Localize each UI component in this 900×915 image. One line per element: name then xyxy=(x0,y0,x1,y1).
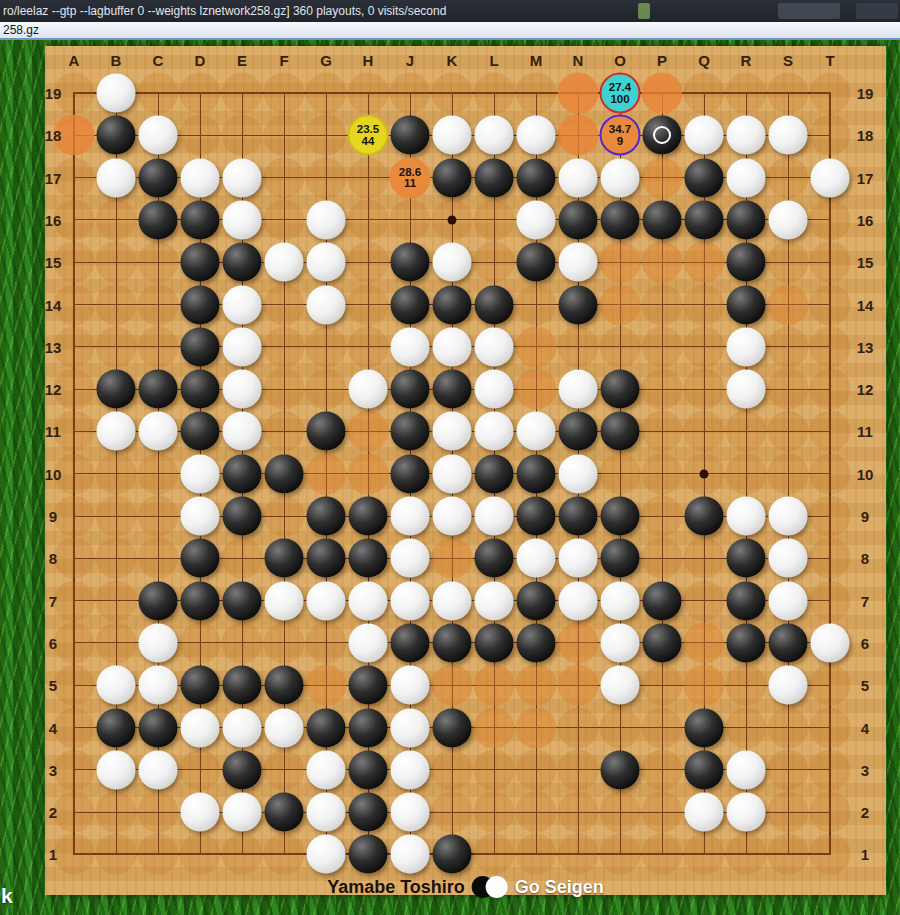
window-title-bar[interactable]: ro/leelaz --gtp --lagbuffer 0 --weights … xyxy=(0,0,900,22)
empty-intersection[interactable] xyxy=(54,622,95,663)
stone-white xyxy=(727,750,766,789)
empty-intersection[interactable] xyxy=(810,792,851,833)
empty-intersection[interactable] xyxy=(264,622,305,663)
black-player-name: Yamabe Toshiro xyxy=(327,877,465,898)
empty-intersection[interactable] xyxy=(474,792,515,833)
stone-black xyxy=(139,200,178,239)
empty-intersection[interactable] xyxy=(642,453,683,494)
empty-intersection[interactable] xyxy=(474,665,515,706)
coord-row-label-left: 3 xyxy=(49,761,57,778)
stone-white xyxy=(265,708,304,747)
empty-intersection[interactable] xyxy=(810,834,851,875)
empty-intersection[interactable] xyxy=(138,834,179,875)
empty-intersection[interactable] xyxy=(54,665,95,706)
empty-intersection[interactable] xyxy=(474,242,515,283)
empty-intersection[interactable] xyxy=(96,199,137,240)
empty-intersection[interactable] xyxy=(180,749,221,790)
stone-white xyxy=(391,835,430,874)
coord-column-label: J xyxy=(406,52,414,69)
empty-intersection[interactable] xyxy=(600,242,641,283)
empty-intersection[interactable] xyxy=(348,242,389,283)
stone-white xyxy=(685,793,724,832)
empty-intersection[interactable] xyxy=(306,157,347,198)
coord-column-label: K xyxy=(447,52,458,69)
empty-intersection[interactable] xyxy=(96,538,137,579)
stone-black xyxy=(265,454,304,493)
coord-row-label-right: 14 xyxy=(857,296,874,313)
empty-intersection[interactable] xyxy=(54,538,95,579)
empty-intersection[interactable] xyxy=(684,369,725,410)
empty-intersection[interactable] xyxy=(96,284,137,325)
empty-intersection[interactable] xyxy=(222,622,263,663)
empty-intersection[interactable] xyxy=(726,834,767,875)
stone-black xyxy=(349,539,388,578)
empty-intersection[interactable] xyxy=(474,749,515,790)
stone-white xyxy=(307,793,346,832)
empty-intersection[interactable] xyxy=(642,369,683,410)
empty-intersection[interactable] xyxy=(642,411,683,452)
empty-intersection[interactable] xyxy=(264,411,305,452)
suggestion-circle[interactable]: 23.544 xyxy=(348,115,389,156)
coord-row-label-left: 19 xyxy=(45,85,62,102)
empty-intersection[interactable] xyxy=(642,665,683,706)
stone-black xyxy=(181,539,220,578)
star-point xyxy=(700,469,709,478)
stone-black xyxy=(181,200,220,239)
stone-white xyxy=(769,116,808,155)
empty-intersection[interactable] xyxy=(348,73,389,114)
stone-black xyxy=(307,412,346,451)
stone-white xyxy=(475,116,514,155)
stone-white xyxy=(391,539,430,578)
empty-intersection[interactable] xyxy=(558,326,599,367)
stone-white xyxy=(349,623,388,662)
empty-intersection[interactable] xyxy=(138,538,179,579)
stone-white xyxy=(307,750,346,789)
empty-intersection[interactable] xyxy=(306,665,347,706)
stone-white xyxy=(475,581,514,620)
stone-black xyxy=(223,497,262,536)
empty-intersection[interactable] xyxy=(516,834,557,875)
empty-intersection[interactable] xyxy=(516,326,557,367)
stone-black xyxy=(601,412,640,451)
player-names-bar: Yamabe Toshiro Go Seigen xyxy=(327,876,604,898)
empty-intersection[interactable] xyxy=(600,284,641,325)
coord-column-label: A xyxy=(69,52,80,69)
empty-intersection[interactable] xyxy=(558,665,599,706)
stone-white xyxy=(811,623,850,662)
empty-intersection[interactable] xyxy=(768,73,809,114)
stone-black xyxy=(97,370,136,409)
empty-intersection[interactable] xyxy=(684,284,725,325)
empty-intersection[interactable] xyxy=(96,792,137,833)
empty-intersection[interactable] xyxy=(810,411,851,452)
suggestion-circle[interactable]: 34.79 xyxy=(600,115,641,156)
stone-black xyxy=(391,370,430,409)
stone-black xyxy=(433,370,472,409)
empty-intersection[interactable] xyxy=(810,538,851,579)
stone-black xyxy=(475,285,514,324)
empty-intersection[interactable] xyxy=(264,73,305,114)
stone-white xyxy=(727,116,766,155)
empty-intersection[interactable] xyxy=(642,792,683,833)
empty-intersection[interactable] xyxy=(558,622,599,663)
empty-intersection[interactable] xyxy=(348,157,389,198)
empty-intersection[interactable] xyxy=(768,411,809,452)
stone-white xyxy=(307,285,346,324)
stone-black xyxy=(223,750,262,789)
coord-row-label-left: 13 xyxy=(45,338,62,355)
empty-intersection[interactable] xyxy=(306,453,347,494)
stone-black xyxy=(433,835,472,874)
stone-black xyxy=(643,200,682,239)
empty-intersection[interactable] xyxy=(684,622,725,663)
empty-intersection[interactable] xyxy=(264,115,305,156)
stone-white xyxy=(475,370,514,409)
stone-black xyxy=(349,793,388,832)
empty-intersection[interactable] xyxy=(768,749,809,790)
empty-intersection[interactable] xyxy=(390,73,431,114)
stone-black xyxy=(727,623,766,662)
stone-black xyxy=(307,708,346,747)
stone-black xyxy=(685,750,724,789)
coord-row-label-left: 10 xyxy=(45,465,62,482)
coord-row-label-left: 6 xyxy=(49,634,57,651)
empty-intersection[interactable] xyxy=(138,792,179,833)
stone-black xyxy=(559,200,598,239)
empty-intersection[interactable] xyxy=(768,453,809,494)
stone-white xyxy=(475,412,514,451)
empty-intersection[interactable] xyxy=(96,326,137,367)
empty-intersection[interactable] xyxy=(642,707,683,748)
stone-white xyxy=(727,497,766,536)
empty-intersection[interactable] xyxy=(432,73,473,114)
empty-intersection[interactable] xyxy=(810,665,851,706)
empty-intersection[interactable] xyxy=(810,115,851,156)
stone-black xyxy=(349,708,388,747)
stone-black xyxy=(349,497,388,536)
empty-intersection[interactable] xyxy=(264,749,305,790)
empty-intersection[interactable] xyxy=(264,199,305,240)
stone-black xyxy=(181,666,220,705)
coord-row-label-right: 13 xyxy=(857,338,874,355)
stone-black xyxy=(601,539,640,578)
empty-intersection[interactable] xyxy=(96,834,137,875)
empty-intersection[interactable] xyxy=(138,326,179,367)
suggestion-circle[interactable]: 27.4100 xyxy=(600,73,641,114)
empty-intersection[interactable] xyxy=(348,411,389,452)
coord-row-label-left: 5 xyxy=(49,677,57,694)
stone-black xyxy=(223,581,262,620)
coord-row-label-right: 11 xyxy=(857,423,873,440)
empty-intersection[interactable] xyxy=(768,242,809,283)
stone-black xyxy=(391,116,430,155)
empty-intersection[interactable] xyxy=(96,496,137,537)
empty-intersection[interactable] xyxy=(180,834,221,875)
stone-black xyxy=(181,370,220,409)
empty-intersection[interactable] xyxy=(726,453,767,494)
empty-intersection[interactable] xyxy=(642,538,683,579)
coord-row-label-right: 9 xyxy=(861,508,869,525)
empty-intersection[interactable] xyxy=(264,496,305,537)
empty-intersection[interactable] xyxy=(558,792,599,833)
empty-intersection[interactable] xyxy=(810,73,851,114)
empty-intersection[interactable] xyxy=(180,115,221,156)
stone-white xyxy=(181,708,220,747)
empty-intersection[interactable] xyxy=(684,665,725,706)
empty-intersection[interactable] xyxy=(768,326,809,367)
empty-intersection[interactable] xyxy=(348,453,389,494)
coord-column-label: G xyxy=(320,52,332,69)
stone-black xyxy=(559,285,598,324)
coord-column-label: H xyxy=(363,52,374,69)
stone-black xyxy=(475,158,514,197)
stone-black xyxy=(307,497,346,536)
empty-intersection[interactable] xyxy=(810,580,851,621)
empty-intersection[interactable] xyxy=(264,369,305,410)
stone-black xyxy=(139,370,178,409)
empty-intersection[interactable] xyxy=(516,665,557,706)
empty-intersection[interactable] xyxy=(558,707,599,748)
stone-white xyxy=(391,327,430,366)
coord-row-label-left: 2 xyxy=(49,804,57,821)
empty-intersection[interactable] xyxy=(54,580,95,621)
inner-window-title-bar[interactable]: 258.gz xyxy=(0,22,900,40)
empty-intersection[interactable] xyxy=(768,834,809,875)
empty-intersection[interactable] xyxy=(432,792,473,833)
suggestion-visits: 9 xyxy=(617,135,623,147)
stone-white xyxy=(223,370,262,409)
empty-intersection[interactable] xyxy=(348,284,389,325)
empty-intersection[interactable] xyxy=(54,792,95,833)
empty-intersection[interactable] xyxy=(264,157,305,198)
empty-intersection[interactable] xyxy=(684,326,725,367)
empty-intersection[interactable] xyxy=(96,580,137,621)
coord-row-label-right: 17 xyxy=(857,169,874,186)
empty-intersection[interactable] xyxy=(600,707,641,748)
suggestion-circle[interactable]: 28.611 xyxy=(390,157,431,198)
empty-intersection[interactable] xyxy=(264,284,305,325)
empty-intersection[interactable] xyxy=(306,73,347,114)
coord-column-label: T xyxy=(825,52,834,69)
last-move-marker xyxy=(653,126,671,144)
empty-intersection[interactable] xyxy=(810,496,851,537)
coord-column-label: N xyxy=(573,52,584,69)
empty-intersection[interactable] xyxy=(264,834,305,875)
empty-intersection[interactable] xyxy=(684,834,725,875)
stone-white xyxy=(727,793,766,832)
empty-intersection[interactable] xyxy=(96,242,137,283)
empty-intersection[interactable] xyxy=(222,115,263,156)
empty-intersection[interactable] xyxy=(810,453,851,494)
stone-white xyxy=(811,158,850,197)
stone-black xyxy=(139,158,178,197)
empty-intersection[interactable] xyxy=(54,707,95,748)
stone-white xyxy=(517,200,556,239)
coord-row-label-right: 15 xyxy=(857,254,874,271)
empty-intersection[interactable] xyxy=(516,707,557,748)
empty-intersection[interactable] xyxy=(516,369,557,410)
empty-intersection[interactable] xyxy=(810,369,851,410)
empty-intersection[interactable] xyxy=(306,622,347,663)
empty-intersection[interactable] xyxy=(180,73,221,114)
empty-intersection[interactable] xyxy=(684,73,725,114)
stone-black xyxy=(475,454,514,493)
stone-white xyxy=(223,708,262,747)
empty-intersection[interactable] xyxy=(306,326,347,367)
empty-intersection[interactable] xyxy=(642,73,683,114)
empty-intersection[interactable] xyxy=(474,707,515,748)
empty-intersection[interactable] xyxy=(138,242,179,283)
stone-white xyxy=(223,327,262,366)
empty-intersection[interactable] xyxy=(306,115,347,156)
stone-black xyxy=(643,623,682,662)
empty-intersection[interactable] xyxy=(810,707,851,748)
empty-intersection[interactable] xyxy=(600,326,641,367)
empty-intersection[interactable] xyxy=(726,707,767,748)
empty-intersection[interactable] xyxy=(138,284,179,325)
empty-intersection[interactable] xyxy=(516,792,557,833)
coord-column-label: O xyxy=(614,52,626,69)
stone-white xyxy=(223,285,262,324)
empty-intersection[interactable] xyxy=(96,622,137,663)
empty-intersection[interactable] xyxy=(516,73,557,114)
empty-intersection[interactable] xyxy=(138,73,179,114)
empty-intersection[interactable] xyxy=(684,580,725,621)
empty-intersection[interactable] xyxy=(642,496,683,537)
stone-black xyxy=(391,623,430,662)
stone-white xyxy=(307,243,346,282)
empty-intersection[interactable] xyxy=(768,369,809,410)
empty-intersection[interactable] xyxy=(96,453,137,494)
empty-intersection[interactable] xyxy=(726,665,767,706)
empty-intersection[interactable] xyxy=(180,622,221,663)
empty-intersection[interactable] xyxy=(642,834,683,875)
coord-column-label: B xyxy=(111,52,122,69)
stone-black xyxy=(517,497,556,536)
empty-intersection[interactable] xyxy=(516,284,557,325)
empty-intersection[interactable] xyxy=(306,369,347,410)
empty-intersection[interactable] xyxy=(222,73,263,114)
stone-white xyxy=(559,539,598,578)
stone-white xyxy=(475,327,514,366)
stone-white xyxy=(433,243,472,282)
stone-black xyxy=(181,327,220,366)
titlebar-window-controls[interactable] xyxy=(856,3,898,19)
stone-white xyxy=(475,497,514,536)
empty-intersection[interactable] xyxy=(516,749,557,790)
empty-intersection[interactable] xyxy=(642,284,683,325)
stone-white xyxy=(97,750,136,789)
empty-intersection[interactable] xyxy=(726,73,767,114)
suggestion-visits: 100 xyxy=(610,93,629,105)
empty-intersection[interactable] xyxy=(222,834,263,875)
coord-row-label-left: 4 xyxy=(49,719,57,736)
empty-intersection[interactable] xyxy=(810,326,851,367)
empty-intersection[interactable] xyxy=(810,242,851,283)
empty-intersection[interactable] xyxy=(222,538,263,579)
empty-intersection[interactable] xyxy=(54,749,95,790)
stone-white xyxy=(433,581,472,620)
empty-intersection[interactable] xyxy=(138,453,179,494)
empty-intersection[interactable] xyxy=(768,284,809,325)
empty-intersection[interactable] xyxy=(558,73,599,114)
empty-intersection[interactable] xyxy=(474,199,515,240)
empty-intersection[interactable] xyxy=(474,73,515,114)
stone-black xyxy=(391,454,430,493)
empty-intersection[interactable] xyxy=(54,496,95,537)
stone-black xyxy=(433,158,472,197)
stone-white xyxy=(223,158,262,197)
empty-intersection[interactable] xyxy=(264,326,305,367)
empty-intersection[interactable] xyxy=(642,326,683,367)
empty-intersection[interactable] xyxy=(768,792,809,833)
coord-row-label-right: 7 xyxy=(861,592,869,609)
stone-white xyxy=(433,327,472,366)
empty-intersection[interactable] xyxy=(432,538,473,579)
coord-row-label-left: 15 xyxy=(45,254,62,271)
empty-intersection[interactable] xyxy=(558,834,599,875)
empty-intersection[interactable] xyxy=(810,749,851,790)
empty-intersection[interactable] xyxy=(642,749,683,790)
stone-white xyxy=(769,539,808,578)
empty-intersection[interactable] xyxy=(684,538,725,579)
empty-intersection[interactable] xyxy=(348,199,389,240)
empty-intersection[interactable] xyxy=(684,411,725,452)
empty-intersection[interactable] xyxy=(642,242,683,283)
stone-white xyxy=(223,200,262,239)
coord-row-label-left: 16 xyxy=(45,211,62,228)
empty-intersection[interactable] xyxy=(768,157,809,198)
stone-white xyxy=(181,793,220,832)
empty-intersection[interactable] xyxy=(558,749,599,790)
empty-intersection[interactable] xyxy=(768,707,809,748)
stone-white xyxy=(223,412,262,451)
stone-white xyxy=(433,116,472,155)
empty-intersection[interactable] xyxy=(726,411,767,452)
empty-intersection[interactable] xyxy=(348,326,389,367)
stone-black xyxy=(643,581,682,620)
stone-white xyxy=(433,412,472,451)
empty-intersection[interactable] xyxy=(810,284,851,325)
stone-white xyxy=(181,497,220,536)
empty-intersection[interactable] xyxy=(474,834,515,875)
empty-intersection[interactable] xyxy=(138,496,179,537)
empty-intersection[interactable] xyxy=(810,199,851,240)
empty-intersection[interactable] xyxy=(600,834,641,875)
empty-intersection[interactable] xyxy=(432,665,473,706)
empty-intersection[interactable] xyxy=(600,792,641,833)
window-title-text: ro/leelaz --gtp --lagbuffer 0 --weights … xyxy=(3,4,446,18)
titlebar-blur-patch xyxy=(778,3,840,19)
stone-black xyxy=(601,370,640,409)
coord-row-label-right: 4 xyxy=(861,719,869,736)
empty-intersection[interactable] xyxy=(600,453,641,494)
empty-intersection[interactable] xyxy=(54,834,95,875)
empty-intersection[interactable] xyxy=(684,242,725,283)
coord-row-label-right: 5 xyxy=(861,677,869,694)
suggestion-winrate: 27.4 xyxy=(609,82,631,94)
coord-row-label-right: 8 xyxy=(861,550,869,567)
white-player-name: Go Seigen xyxy=(515,877,604,898)
stone-black xyxy=(601,750,640,789)
empty-intersection[interactable] xyxy=(390,199,431,240)
empty-intersection[interactable] xyxy=(432,749,473,790)
empty-intersection[interactable] xyxy=(558,115,599,156)
empty-intersection[interactable] xyxy=(642,157,683,198)
stone-black xyxy=(517,454,556,493)
stone-white xyxy=(349,581,388,620)
